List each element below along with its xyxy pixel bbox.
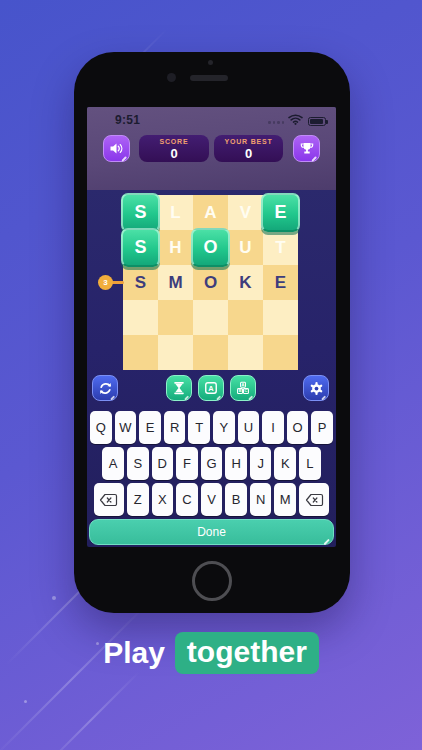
your-best-panel: YOUR BEST 0: [214, 135, 283, 162]
board-letter: V: [240, 203, 251, 223]
backspace-key[interactable]: [94, 483, 124, 516]
board-letter: T: [275, 238, 285, 258]
svg-text:B: B: [239, 389, 242, 393]
board-cell[interactable]: U: [228, 230, 263, 265]
score-panel: SCORE 0: [139, 135, 209, 162]
key-L[interactable]: L: [299, 447, 321, 480]
caption: Play together: [0, 632, 422, 674]
board-cell[interactable]: [193, 300, 228, 335]
board-letter: A: [204, 203, 216, 223]
backspace-icon: [99, 493, 118, 507]
board-cell[interactable]: O: [193, 265, 228, 300]
green-letter-tile[interactable]: S: [121, 193, 160, 232]
key-F[interactable]: F: [176, 447, 198, 480]
earpiece-speaker: [190, 75, 228, 81]
app-screen: 9:51: [87, 107, 336, 547]
board-cell[interactable]: H: [158, 230, 193, 265]
key-U[interactable]: U: [238, 411, 260, 444]
key-D[interactable]: D: [152, 447, 174, 480]
keyboard-row-1: QWERTYUIOP: [87, 411, 336, 444]
board-cell[interactable]: E: [263, 265, 298, 300]
board-letter: H: [169, 238, 181, 258]
row-score-badge: 3: [98, 275, 113, 290]
board-letter: K: [239, 273, 251, 293]
board-cell[interactable]: [228, 335, 263, 370]
sensor-dot: [208, 60, 213, 65]
key-J[interactable]: J: [250, 447, 272, 480]
svg-text:A: A: [242, 383, 245, 387]
board-letter: S: [135, 273, 146, 293]
green-letter-tile[interactable]: E: [261, 193, 300, 232]
board-cell[interactable]: K: [228, 265, 263, 300]
key-E[interactable]: E: [139, 411, 161, 444]
cellular-signal-icon: [268, 121, 284, 124]
board-cell[interactable]: O: [193, 230, 228, 265]
key-V[interactable]: V: [201, 483, 223, 516]
timer-mode-button[interactable]: [166, 375, 192, 401]
caption-word-highlight: together: [175, 632, 319, 674]
hourglass-icon: [172, 381, 186, 395]
front-camera: [167, 73, 176, 82]
done-button-label: Done: [197, 525, 226, 539]
sound-button[interactable]: [103, 135, 130, 162]
decor-streak: [40, 671, 140, 750]
board-cell[interactable]: A: [193, 195, 228, 230]
letter-tile-icon: A: [204, 381, 218, 395]
blocks-icon: A B C: [236, 381, 250, 395]
decor-dot: [24, 700, 27, 703]
board-cell[interactable]: [158, 335, 193, 370]
score-value: 0: [170, 147, 177, 160]
leaderboard-button[interactable]: [293, 135, 320, 162]
key-N[interactable]: N: [250, 483, 272, 516]
board-letter: O: [204, 273, 217, 293]
board-cell[interactable]: E: [263, 195, 298, 230]
key-O[interactable]: O: [287, 411, 309, 444]
decor-streak: [0, 603, 148, 750]
svg-text:C: C: [245, 389, 248, 393]
green-letter-tile[interactable]: S: [121, 228, 160, 267]
score-label: SCORE: [160, 138, 189, 145]
key-P[interactable]: P: [311, 411, 333, 444]
gear-icon: [309, 381, 324, 396]
letter-tile-mode-button[interactable]: A: [198, 375, 224, 401]
key-B[interactable]: B: [225, 483, 247, 516]
trophy-icon: [300, 142, 314, 155]
key-I[interactable]: I: [262, 411, 284, 444]
board-cell[interactable]: [158, 300, 193, 335]
settings-button[interactable]: [303, 375, 329, 401]
key-M[interactable]: M: [274, 483, 296, 516]
backspace-icon: [305, 493, 324, 507]
home-button[interactable]: [192, 561, 232, 601]
caption-word-plain: Play: [103, 636, 165, 670]
phone-frame: 9:51: [74, 52, 350, 613]
keyboard-row-3: ZXCVBNM: [87, 483, 336, 516]
board-cell[interactable]: V: [228, 195, 263, 230]
key-K[interactable]: K: [274, 447, 296, 480]
key-A[interactable]: A: [102, 447, 124, 480]
board-cell[interactable]: [263, 300, 298, 335]
board-letter: L: [170, 203, 180, 223]
your-best-label: YOUR BEST: [224, 138, 272, 145]
board-cell[interactable]: S: [123, 195, 158, 230]
board-cell[interactable]: [263, 335, 298, 370]
decor-dot: [52, 596, 56, 600]
speaker-icon: [109, 142, 124, 155]
refresh-icon: [98, 381, 113, 396]
board-cell[interactable]: [228, 300, 263, 335]
green-letter-tile[interactable]: O: [191, 228, 230, 267]
clock-time: 9:51: [115, 113, 140, 127]
status-bar: 9:51: [87, 113, 336, 129]
refresh-button[interactable]: [92, 375, 118, 401]
key-H[interactable]: H: [225, 447, 247, 480]
board-cell[interactable]: T: [263, 230, 298, 265]
key-T[interactable]: T: [188, 411, 210, 444]
board-letter: M: [168, 273, 182, 293]
board-cell[interactable]: [123, 335, 158, 370]
key-C[interactable]: C: [176, 483, 198, 516]
your-best-value: 0: [245, 147, 252, 160]
key-R[interactable]: R: [164, 411, 186, 444]
key-S[interactable]: S: [127, 447, 149, 480]
key-Q[interactable]: Q: [90, 411, 112, 444]
done-button[interactable]: Done: [89, 519, 334, 545]
board-cell[interactable]: L: [158, 195, 193, 230]
board-cell[interactable]: M: [158, 265, 193, 300]
wifi-icon: [288, 114, 303, 125]
board-letter: E: [275, 273, 286, 293]
board-cell[interactable]: [193, 335, 228, 370]
key-Y[interactable]: Y: [213, 411, 235, 444]
backspace-key[interactable]: [299, 483, 329, 516]
keyboard-row-2: ASDFGHJKL: [87, 447, 336, 480]
letter-blocks-mode-button[interactable]: A B C: [230, 375, 256, 401]
key-G[interactable]: G: [201, 447, 223, 480]
key-W[interactable]: W: [115, 411, 137, 444]
board-cell[interactable]: [123, 300, 158, 335]
key-X[interactable]: X: [152, 483, 174, 516]
game-header: 9:51: [87, 107, 336, 190]
board-letter: U: [239, 238, 251, 258]
board-cell[interactable]: S: [123, 230, 158, 265]
svg-text:A: A: [208, 384, 214, 393]
key-Z[interactable]: Z: [127, 483, 149, 516]
battery-icon: [308, 117, 326, 126]
board-grid: 3 SLAVESHOUTSMOKE: [123, 195, 298, 370]
board-cell[interactable]: S: [123, 265, 158, 300]
